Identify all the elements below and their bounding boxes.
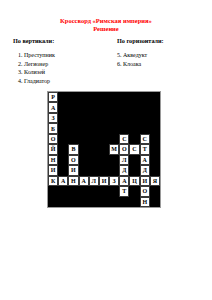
block-cell <box>109 155 119 165</box>
block-cell <box>119 197 129 207</box>
letter-cell: С <box>119 134 129 144</box>
clue-item: 1. Преступник <box>18 51 55 60</box>
letter-cell: М <box>109 144 119 154</box>
letter-cell: А <box>48 102 58 112</box>
block-cell <box>140 102 150 112</box>
block-cell <box>150 186 160 196</box>
block-cell <box>58 113 68 123</box>
block-cell <box>79 92 89 102</box>
block-cell <box>79 155 89 165</box>
block-cell <box>99 134 109 144</box>
block-cell <box>79 144 89 154</box>
letter-cell: Ц <box>129 176 139 186</box>
block-cell <box>150 113 160 123</box>
block-cell <box>89 123 99 133</box>
block-cell <box>48 197 58 207</box>
clue-item: 5. Акведукт <box>117 51 164 60</box>
block-cell <box>79 197 89 207</box>
block-cell <box>129 197 139 207</box>
vertical-clues-heading: По вертикали: <box>13 37 55 44</box>
block-cell <box>99 186 109 196</box>
letter-cell: Л <box>119 155 129 165</box>
letter-cell: Й <box>48 144 58 154</box>
block-cell <box>109 186 119 196</box>
vertical-clues-list: 1. Преступник 2. Легионер 3. Колизей 4. … <box>18 51 55 85</box>
block-cell <box>79 123 89 133</box>
block-cell <box>150 165 160 175</box>
page-title-block: Кроссворд «Римская империя» Решение <box>0 17 212 33</box>
block-cell <box>89 102 99 112</box>
block-cell <box>79 165 89 175</box>
letter-cell: О <box>140 186 150 196</box>
block-cell <box>129 134 139 144</box>
block-cell <box>119 102 129 112</box>
block-cell <box>89 165 99 175</box>
clue-item: 2. Легионер <box>18 60 55 69</box>
letter-cell: З <box>109 176 119 186</box>
block-cell <box>68 186 78 196</box>
block-cell <box>109 123 119 133</box>
clue-item: 4. Гладиатор <box>18 77 55 86</box>
page-title: Кроссворд «Римская империя» <box>0 17 212 25</box>
block-cell <box>150 102 160 112</box>
block-cell <box>129 155 139 165</box>
block-cell <box>99 155 109 165</box>
block-cell <box>150 134 160 144</box>
letter-cell: К <box>48 176 58 186</box>
block-cell <box>58 134 68 144</box>
letter-cell: Т <box>140 144 150 154</box>
block-cell <box>140 113 150 123</box>
letter-cell: А <box>119 176 129 186</box>
letter-cell: Т <box>119 186 129 196</box>
block-cell <box>58 155 68 165</box>
letter-cell: З <box>48 113 58 123</box>
horizontal-clues-list: 5. Акведукт 6. Клоака <box>117 51 164 68</box>
letter-cell: А <box>140 155 150 165</box>
block-cell <box>58 186 68 196</box>
letter-cell: О <box>119 144 129 154</box>
letter-cell: Л <box>89 176 99 186</box>
block-cell <box>89 144 99 154</box>
block-cell <box>68 197 78 207</box>
letter-cell: Б <box>48 123 58 133</box>
block-cell <box>89 186 99 196</box>
block-cell <box>89 155 99 165</box>
block-cell <box>79 134 89 144</box>
letter-cell: И <box>99 176 109 186</box>
letter-cell: Р <box>48 92 58 102</box>
clue-item: 6. Клоака <box>117 60 164 69</box>
block-cell <box>89 92 99 102</box>
letter-cell: С <box>129 144 139 154</box>
vertical-clues-section: По вертикали: 1. Преступник 2. Легионер … <box>13 37 55 85</box>
letter-cell: О <box>68 155 78 165</box>
block-cell <box>150 197 160 207</box>
letter-cell: И <box>140 176 150 186</box>
block-cell <box>150 92 160 102</box>
block-cell <box>58 123 68 133</box>
letter-cell: О <box>48 134 58 144</box>
block-cell <box>79 102 89 112</box>
block-cell <box>68 123 78 133</box>
block-cell <box>99 102 109 112</box>
block-cell <box>119 113 129 123</box>
block-cell <box>89 113 99 123</box>
block-cell <box>79 186 89 196</box>
letter-cell: Н <box>140 197 150 207</box>
block-cell <box>99 123 109 133</box>
letter-cell: А <box>58 176 68 186</box>
block-cell <box>89 197 99 207</box>
letter-cell: Н <box>48 155 58 165</box>
block-cell <box>68 102 78 112</box>
block-cell <box>109 102 119 112</box>
letter-cell: А <box>79 176 89 186</box>
block-cell <box>89 134 99 144</box>
block-cell <box>129 102 139 112</box>
block-cell <box>109 134 119 144</box>
block-cell <box>58 102 68 112</box>
block-cell <box>109 197 119 207</box>
letter-cell: Д <box>119 165 129 175</box>
block-cell <box>109 165 119 175</box>
block-cell <box>129 92 139 102</box>
letter-cell: Н <box>68 176 78 186</box>
horizontal-clues-section: По горизонтали: 5. Акведукт 6. Клоака <box>117 37 164 68</box>
block-cell <box>119 92 129 102</box>
block-cell <box>99 165 109 175</box>
block-cell <box>129 113 139 123</box>
block-cell <box>99 197 109 207</box>
letter-cell: В <box>68 144 78 154</box>
block-cell <box>150 144 160 154</box>
letter-cell: И <box>48 165 58 175</box>
letter-cell: И <box>68 165 78 175</box>
block-cell <box>68 113 78 123</box>
block-cell <box>129 123 139 133</box>
block-cell <box>140 123 150 133</box>
block-cell <box>58 165 68 175</box>
letter-cell: Я <box>150 176 160 186</box>
block-cell <box>109 92 119 102</box>
block-cell <box>99 92 109 102</box>
block-cell <box>58 144 68 154</box>
block-cell <box>99 144 109 154</box>
block-cell <box>58 92 68 102</box>
block-cell <box>79 113 89 123</box>
horizontal-clues-heading: По горизонтали: <box>117 37 164 44</box>
page-subtitle: Решение <box>0 25 212 33</box>
block-cell <box>119 123 129 133</box>
block-cell <box>140 92 150 102</box>
crossword-solution-page: Кроссворд «Римская империя» Решение По в… <box>0 0 212 300</box>
block-cell <box>68 92 78 102</box>
clue-item: 3. Колизей <box>18 68 55 77</box>
block-cell <box>48 186 58 196</box>
block-cell <box>68 134 78 144</box>
block-cell <box>129 186 139 196</box>
block-cell <box>129 165 139 175</box>
letter-cell: С <box>140 134 150 144</box>
block-cell <box>109 113 119 123</box>
block-cell <box>150 155 160 165</box>
crossword-grid: РАЗБОССЙВМОСТНОЛАИИДДКАНАЛИЗАЦИЯТОН <box>47 91 161 208</box>
block-cell <box>58 197 68 207</box>
block-cell <box>150 123 160 133</box>
letter-cell: Д <box>140 165 150 175</box>
block-cell <box>99 113 109 123</box>
